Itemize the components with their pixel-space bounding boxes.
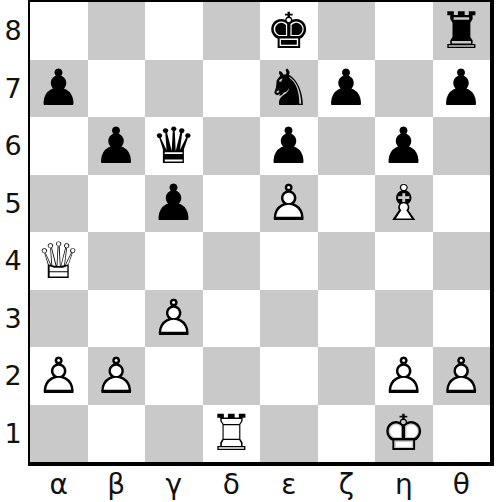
square-a5[interactable] [30,175,88,233]
square-c4[interactable] [145,232,203,290]
square-g1[interactable]: ♚♔ [375,405,433,463]
piece-white-pawn-fill: ♟ [30,351,88,401]
file-label-γ: γ [145,467,203,501]
piece-black-pawn: ♟ [433,63,491,113]
square-f8[interactable] [318,2,376,60]
piece-white-pawn: ♙ [145,293,203,343]
square-d3[interactable] [203,290,261,348]
square-h7[interactable]: ♟ [433,60,491,118]
file-label-θ: θ [433,467,491,501]
square-g7[interactable] [375,60,433,118]
square-f3[interactable] [318,290,376,348]
square-a2[interactable]: ♟♙ [30,347,88,405]
square-d1[interactable]: ♜♖ [203,405,261,463]
piece-black-pawn: ♟ [318,63,376,113]
square-f4[interactable] [318,232,376,290]
piece-black-rook: ♜ [433,6,491,56]
piece-white-king: ♔ [375,408,433,458]
piece-black-knight: ♞ [260,63,318,113]
square-d7[interactable] [203,60,261,118]
square-c3[interactable]: ♟♙ [145,290,203,348]
piece-white-pawn: ♙ [30,351,88,401]
piece-white-pawn: ♙ [375,351,433,401]
piece-white-queen: ♕ [30,236,88,286]
square-e3[interactable] [260,290,318,348]
piece-white-queen-fill: ♛ [30,236,88,286]
square-b8[interactable] [88,2,146,60]
piece-black-pawn: ♟ [88,121,146,171]
piece-black-pawn: ♟ [260,121,318,171]
square-g6[interactable]: ♟ [375,117,433,175]
piece-black-pawn: ♟ [375,121,433,171]
square-e4[interactable] [260,232,318,290]
square-g2[interactable]: ♟♙ [375,347,433,405]
piece-white-pawn-fill: ♟ [260,178,318,228]
piece-white-pawn: ♙ [260,178,318,228]
piece-white-king-fill: ♚ [375,408,433,458]
square-c7[interactable] [145,60,203,118]
square-g3[interactable] [375,290,433,348]
square-e8[interactable]: ♚ [260,2,318,60]
square-g4[interactable] [375,232,433,290]
piece-white-bishop: ♗ [375,178,433,228]
square-e5[interactable]: ♟♙ [260,175,318,233]
square-h1[interactable] [433,405,491,463]
chess-diagram: 87654321 ♚♜♟♞♟♟♟♛♟♟♟♟♙♝♗♛♕♟♙♟♙♟♙♟♙♟♙♜♖♚♔… [0,0,499,502]
piece-white-pawn: ♙ [433,351,491,401]
square-a3[interactable] [30,290,88,348]
square-d5[interactable] [203,175,261,233]
square-a7[interactable]: ♟ [30,60,88,118]
square-e1[interactable] [260,405,318,463]
square-c5[interactable]: ♟ [145,175,203,233]
square-a6[interactable] [30,117,88,175]
piece-white-pawn-fill: ♟ [145,293,203,343]
piece-black-pawn: ♟ [145,178,203,228]
square-c2[interactable] [145,347,203,405]
rank-label-3: 3 [0,290,26,348]
square-b6[interactable]: ♟ [88,117,146,175]
file-label-β: β [88,467,146,501]
piece-black-queen: ♛ [145,121,203,171]
square-f7[interactable]: ♟ [318,60,376,118]
file-label-ζ: ζ [318,467,376,501]
square-h5[interactable] [433,175,491,233]
piece-black-pawn: ♟ [30,63,88,113]
file-label-α: α [30,467,88,501]
square-e2[interactable] [260,347,318,405]
piece-white-bishop-fill: ♝ [375,178,433,228]
rank-label-8: 8 [0,2,26,60]
piece-white-pawn-fill: ♟ [433,351,491,401]
square-h4[interactable] [433,232,491,290]
piece-white-pawn-fill: ♟ [375,351,433,401]
square-d6[interactable] [203,117,261,175]
piece-white-pawn-fill: ♟ [88,351,146,401]
square-c1[interactable] [145,405,203,463]
square-h6[interactable] [433,117,491,175]
rank-label-7: 7 [0,60,26,118]
rank-label-2: 2 [0,347,26,405]
square-a1[interactable] [30,405,88,463]
piece-white-rook-fill: ♜ [203,408,261,458]
rank-label-6: 6 [0,117,26,175]
rank-labels: 87654321 [0,2,26,462]
square-f6[interactable] [318,117,376,175]
square-b4[interactable] [88,232,146,290]
file-label-η: η [375,467,433,501]
square-a4[interactable]: ♛♕ [30,232,88,290]
chess-board: ♚♜♟♞♟♟♟♛♟♟♟♟♙♝♗♛♕♟♙♟♙♟♙♟♙♟♙♜♖♚♔ [28,0,494,466]
square-c6[interactable]: ♛ [145,117,203,175]
square-h8[interactable]: ♜ [433,2,491,60]
square-h3[interactable] [433,290,491,348]
file-labels: αβγδεζηθ [30,467,490,501]
rank-label-1: 1 [0,405,26,463]
square-b5[interactable] [88,175,146,233]
square-d8[interactable] [203,2,261,60]
square-b3[interactable] [88,290,146,348]
square-g5[interactable]: ♝♗ [375,175,433,233]
square-a8[interactable] [30,2,88,60]
square-b7[interactable] [88,60,146,118]
square-b2[interactable]: ♟♙ [88,347,146,405]
file-label-δ: δ [203,467,261,501]
square-f1[interactable] [318,405,376,463]
file-label-ε: ε [260,467,318,501]
square-d2[interactable] [203,347,261,405]
piece-black-king: ♚ [260,6,318,56]
square-d4[interactable] [203,232,261,290]
piece-white-pawn: ♙ [88,351,146,401]
square-h2[interactable]: ♟♙ [433,347,491,405]
piece-white-rook: ♖ [203,408,261,458]
square-e6[interactable]: ♟ [260,117,318,175]
rank-label-4: 4 [0,232,26,290]
rank-label-5: 5 [0,175,26,233]
square-g8[interactable] [375,2,433,60]
square-c8[interactable] [145,2,203,60]
square-b1[interactable] [88,405,146,463]
square-f2[interactable] [318,347,376,405]
square-f5[interactable] [318,175,376,233]
square-e7[interactable]: ♞ [260,60,318,118]
